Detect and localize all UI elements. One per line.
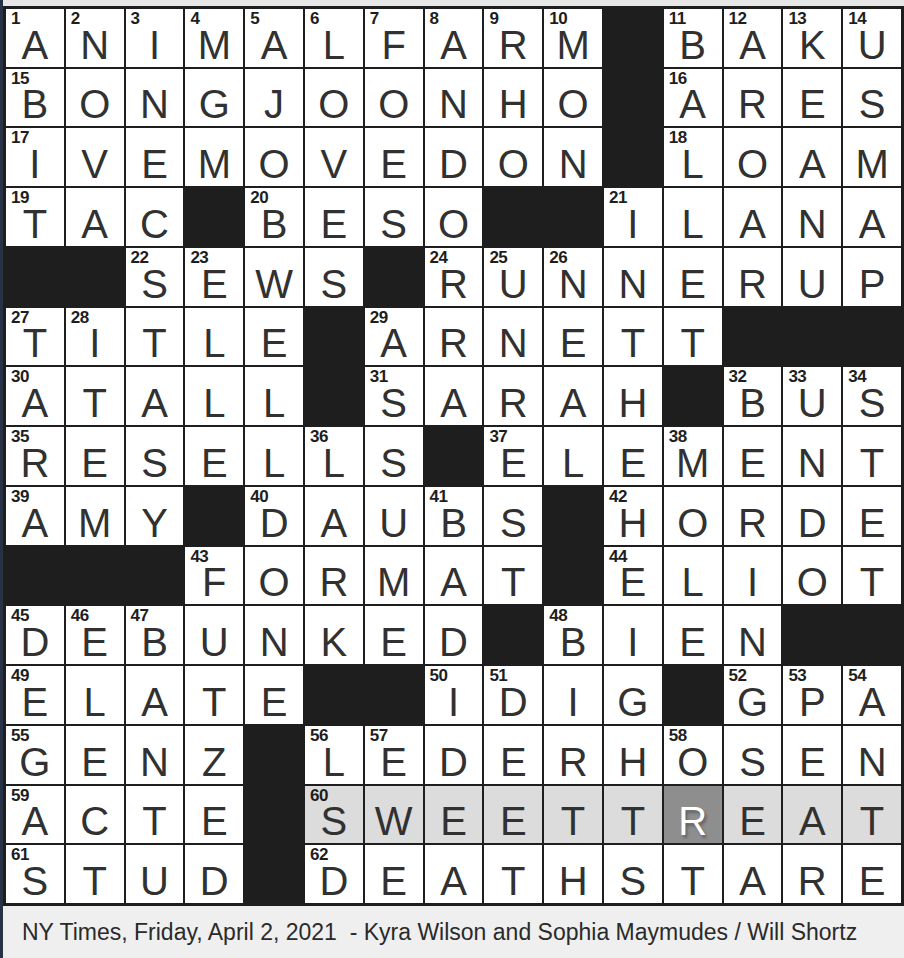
cell-r2c2[interactable]: O bbox=[65, 68, 125, 128]
cell-r9c6[interactable]: A bbox=[304, 486, 364, 546]
cell-letter: A bbox=[6, 383, 64, 423]
cell-r8c9[interactable]: 37E bbox=[483, 426, 543, 486]
cell-letter: O bbox=[365, 84, 423, 124]
cell-r2c6[interactable]: O bbox=[304, 68, 364, 128]
cell-r1c14[interactable]: 13K bbox=[782, 8, 842, 68]
black-cell-r4c4 bbox=[184, 187, 244, 247]
cell-r11c6[interactable]: K bbox=[304, 605, 364, 665]
left-edge-strip bbox=[0, 0, 3, 958]
cell-r5c14[interactable]: U bbox=[782, 247, 842, 307]
cell-letter: K bbox=[783, 25, 841, 65]
cell-r14c10[interactable]: T bbox=[543, 785, 603, 845]
cell-r6c4[interactable]: L bbox=[184, 307, 244, 367]
cell-r8c1[interactable]: 35R bbox=[5, 426, 65, 486]
cell-r5c15[interactable]: P bbox=[842, 247, 902, 307]
cell-r1c8[interactable]: 8A bbox=[424, 8, 484, 68]
cell-r6c7[interactable]: 29A bbox=[364, 307, 424, 367]
cell-letter: U bbox=[783, 264, 841, 304]
black-cell-r5c2 bbox=[65, 247, 125, 307]
cell-r14c7[interactable]: W bbox=[364, 785, 424, 845]
cell-r8c10[interactable]: L bbox=[543, 426, 603, 486]
cell-r15c1[interactable]: 61S bbox=[5, 844, 65, 904]
cell-r2c15[interactable]: S bbox=[842, 68, 902, 128]
cell-r3c12[interactable]: 18L bbox=[663, 127, 723, 187]
cell-r12c8[interactable]: 50I bbox=[424, 665, 484, 725]
cell-r7c3[interactable]: A bbox=[125, 366, 185, 426]
cell-r10c9[interactable]: T bbox=[483, 546, 543, 606]
cell-letter: Y bbox=[126, 503, 184, 543]
cell-r15c6[interactable]: 62D bbox=[304, 844, 364, 904]
cell-letter: E bbox=[843, 503, 901, 543]
cell-r8c12[interactable]: 38M bbox=[663, 426, 723, 486]
cell-r1c7[interactable]: 7F bbox=[364, 8, 424, 68]
cell-letter: A bbox=[126, 682, 184, 722]
cell-r1c6[interactable]: 6L bbox=[304, 8, 364, 68]
cell-r12c4[interactable]: T bbox=[184, 665, 244, 725]
cell-letter: L bbox=[245, 383, 303, 423]
cell-r2c14[interactable]: E bbox=[782, 68, 842, 128]
cell-r13c12[interactable]: 58O bbox=[663, 725, 723, 785]
cell-r8c3[interactable]: S bbox=[125, 426, 185, 486]
black-cell-r2c11 bbox=[603, 68, 663, 128]
cell-r14c15[interactable]: T bbox=[842, 785, 902, 845]
cell-r1c12[interactable]: 11B bbox=[663, 8, 723, 68]
cell-r4c5[interactable]: 20B bbox=[244, 187, 304, 247]
cell-letter: N bbox=[126, 84, 184, 124]
cell-letter: L bbox=[185, 323, 243, 363]
cell-r11c5[interactable]: N bbox=[244, 605, 304, 665]
cell-r12c9[interactable]: 51D bbox=[483, 665, 543, 725]
cell-letter: R bbox=[783, 861, 841, 901]
cell-letter: D bbox=[245, 503, 303, 543]
cell-letter: E bbox=[66, 622, 124, 662]
cell-letter: T bbox=[604, 801, 662, 841]
cell-r2c3[interactable]: N bbox=[125, 68, 185, 128]
cell-r7c5[interactable]: L bbox=[244, 366, 304, 426]
cell-r3c8[interactable]: D bbox=[424, 127, 484, 187]
cell-letter: O bbox=[484, 144, 542, 184]
cell-r13c7[interactable]: 57E bbox=[364, 725, 424, 785]
cell-letter: H bbox=[604, 503, 662, 543]
cell-r4c11[interactable]: 21I bbox=[603, 187, 663, 247]
cell-r3c15[interactable]: M bbox=[842, 127, 902, 187]
top-edge-strip bbox=[0, 0, 904, 6]
cell-r12c15[interactable]: 54A bbox=[842, 665, 902, 725]
cell-r11c2[interactable]: 46E bbox=[65, 605, 125, 665]
cell-letter: S bbox=[843, 84, 901, 124]
cell-r9c15[interactable]: E bbox=[842, 486, 902, 546]
cell-r2c1[interactable]: 15B bbox=[5, 68, 65, 128]
cell-letter: E bbox=[185, 443, 243, 483]
cell-r1c3[interactable]: 3I bbox=[125, 8, 185, 68]
cell-r15c10[interactable]: H bbox=[543, 844, 603, 904]
cell-letter: T bbox=[664, 861, 722, 901]
cell-r14c14[interactable]: A bbox=[782, 785, 842, 845]
cell-letter: D bbox=[425, 742, 483, 782]
cell-r10c14[interactable]: O bbox=[782, 546, 842, 606]
cell-r2c7[interactable]: O bbox=[364, 68, 424, 128]
cell-r11c1[interactable]: 45D bbox=[5, 605, 65, 665]
cell-r1c4[interactable]: 4M bbox=[184, 8, 244, 68]
cell-r3c10[interactable]: N bbox=[543, 127, 603, 187]
black-cell-r3c11 bbox=[603, 127, 663, 187]
cell-r3c1[interactable]: 17I bbox=[5, 127, 65, 187]
cell-letter: A bbox=[6, 25, 64, 65]
cell-r8c11[interactable]: E bbox=[603, 426, 663, 486]
cell-r15c3[interactable]: U bbox=[125, 844, 185, 904]
cell-letter: A bbox=[6, 801, 64, 841]
cell-letter: L bbox=[185, 383, 243, 423]
cell-r6c10[interactable]: E bbox=[543, 307, 603, 367]
cell-r14c11[interactable]: T bbox=[603, 785, 663, 845]
cell-r1c5[interactable]: 5A bbox=[244, 8, 304, 68]
cell-r10c12[interactable]: L bbox=[663, 546, 723, 606]
cell-r7c13[interactable]: 32B bbox=[723, 366, 783, 426]
cell-r6c3[interactable]: T bbox=[125, 307, 185, 367]
cell-letter: O bbox=[425, 204, 483, 244]
cell-r12c1[interactable]: 49E bbox=[5, 665, 65, 725]
cell-r11c13[interactable]: N bbox=[723, 605, 783, 665]
cell-r14c1[interactable]: 59A bbox=[5, 785, 65, 845]
cell-r15c9[interactable]: T bbox=[483, 844, 543, 904]
cell-r13c9[interactable]: E bbox=[483, 725, 543, 785]
cell-r6c5[interactable]: E bbox=[244, 307, 304, 367]
cell-r1c15[interactable]: 14U bbox=[842, 8, 902, 68]
black-cell-r11c9 bbox=[483, 605, 543, 665]
cell-r1c9[interactable]: 9R bbox=[483, 8, 543, 68]
cell-r11c12[interactable]: E bbox=[663, 605, 723, 665]
cell-r9c3[interactable]: Y bbox=[125, 486, 185, 546]
caption-text: NY Times, Friday, April 2, 2021 - Kyra W… bbox=[22, 919, 857, 946]
cell-r10c7[interactable]: M bbox=[364, 546, 424, 606]
cell-r2c12[interactable]: 16A bbox=[663, 68, 723, 128]
cell-letter: T bbox=[6, 323, 64, 363]
cell-letter: T bbox=[126, 801, 184, 841]
cell-r10c5[interactable]: O bbox=[244, 546, 304, 606]
cell-r6c12[interactable]: T bbox=[663, 307, 723, 367]
cell-r3c7[interactable]: E bbox=[364, 127, 424, 187]
cell-letter: A bbox=[783, 801, 841, 841]
cell-r15c12[interactable]: T bbox=[663, 844, 723, 904]
cell-r1c1[interactable]: 1A bbox=[5, 8, 65, 68]
black-cell-r9c10 bbox=[543, 486, 603, 546]
cell-letter: R bbox=[305, 562, 363, 602]
cell-r11c3[interactable]: 47B bbox=[125, 605, 185, 665]
cell-r14c4[interactable]: E bbox=[184, 785, 244, 845]
cell-r6c11[interactable]: T bbox=[603, 307, 663, 367]
cell-r8c14[interactable]: N bbox=[782, 426, 842, 486]
cell-letter: H bbox=[544, 861, 602, 901]
cell-r8c2[interactable]: E bbox=[65, 426, 125, 486]
black-cell-r9c4 bbox=[184, 486, 244, 546]
cell-r3c4[interactable]: M bbox=[184, 127, 244, 187]
cell-r14c2[interactable]: C bbox=[65, 785, 125, 845]
cell-letter: I bbox=[724, 562, 782, 602]
cell-letter: J bbox=[245, 84, 303, 124]
cell-r1c10[interactable]: 10M bbox=[543, 8, 603, 68]
cell-r7c8[interactable]: A bbox=[424, 366, 484, 426]
crossword-grid: 1A2N3I4M5A6L7F8A9R10M11B12A13K14U15BONGJ… bbox=[3, 6, 904, 906]
cell-r14c8[interactable]: E bbox=[424, 785, 484, 845]
cell-letter: Z bbox=[185, 742, 243, 782]
cell-letter: M bbox=[365, 562, 423, 602]
cell-r15c8[interactable]: A bbox=[424, 844, 484, 904]
cell-r15c7[interactable]: E bbox=[364, 844, 424, 904]
cell-r13c8[interactable]: D bbox=[424, 725, 484, 785]
cell-r1c2[interactable]: 2N bbox=[65, 8, 125, 68]
cell-r12c10[interactable]: I bbox=[543, 665, 603, 725]
cell-r10c8[interactable]: A bbox=[424, 546, 484, 606]
cell-letter: A bbox=[66, 204, 124, 244]
cell-r5c4[interactable]: 23E bbox=[184, 247, 244, 307]
cell-r8c4[interactable]: E bbox=[184, 426, 244, 486]
cell-letter: L bbox=[245, 443, 303, 483]
cell-letter: T bbox=[544, 801, 602, 841]
cell-r12c3[interactable]: A bbox=[125, 665, 185, 725]
cell-letter: N bbox=[544, 144, 602, 184]
cell-r4c7[interactable]: S bbox=[364, 187, 424, 247]
cell-letter: B bbox=[6, 84, 64, 124]
cell-letter: N bbox=[544, 264, 602, 304]
cell-r5c13[interactable]: R bbox=[723, 247, 783, 307]
cell-r1c13[interactable]: 12A bbox=[723, 8, 783, 68]
crossword-app: 1A2N3I4M5A6L7F8A9R10M11B12A13K14U15BONGJ… bbox=[0, 0, 904, 958]
cell-r14c13[interactable]: E bbox=[723, 785, 783, 845]
cell-r5c8[interactable]: 24R bbox=[424, 247, 484, 307]
cell-r14c12[interactable]: R bbox=[663, 785, 723, 845]
black-cell-r15c5 bbox=[244, 844, 304, 904]
cell-r2c9[interactable]: H bbox=[483, 68, 543, 128]
black-cell-r6c6 bbox=[304, 307, 364, 367]
cell-letter: T bbox=[185, 682, 243, 722]
cell-letter: S bbox=[126, 264, 184, 304]
cell-letter: T bbox=[604, 323, 662, 363]
black-cell-r10c3 bbox=[125, 546, 185, 606]
cell-r13c1[interactable]: 55G bbox=[5, 725, 65, 785]
cell-r2c4[interactable]: G bbox=[184, 68, 244, 128]
cell-r10c15[interactable]: T bbox=[842, 546, 902, 606]
cell-r11c11[interactable]: I bbox=[603, 605, 663, 665]
cell-r11c4[interactable]: U bbox=[184, 605, 244, 665]
cell-letter: A bbox=[843, 682, 901, 722]
cell-r9c2[interactable]: M bbox=[65, 486, 125, 546]
cell-r10c6[interactable]: R bbox=[304, 546, 364, 606]
cell-letter: N bbox=[604, 264, 662, 304]
cell-r13c10[interactable]: R bbox=[543, 725, 603, 785]
cell-r5c11[interactable]: N bbox=[603, 247, 663, 307]
cell-letter: A bbox=[544, 383, 602, 423]
cell-r13c13[interactable]: S bbox=[723, 725, 783, 785]
cell-r13c4[interactable]: Z bbox=[184, 725, 244, 785]
cell-r9c11[interactable]: 42H bbox=[603, 486, 663, 546]
cell-letter: L bbox=[664, 204, 722, 244]
cell-letter: G bbox=[604, 682, 662, 722]
cell-letter: H bbox=[484, 84, 542, 124]
cell-letter: S bbox=[724, 742, 782, 782]
cell-r5c6[interactable]: S bbox=[304, 247, 364, 307]
cell-r9c13[interactable]: R bbox=[723, 486, 783, 546]
cell-r3c3[interactable]: E bbox=[125, 127, 185, 187]
cell-r11c7[interactable]: E bbox=[364, 605, 424, 665]
cell-r8c5[interactable]: L bbox=[244, 426, 304, 486]
cell-r15c4[interactable]: D bbox=[184, 844, 244, 904]
cell-letter: E bbox=[365, 144, 423, 184]
cell-r4c12[interactable]: L bbox=[663, 187, 723, 247]
cell-r6c8[interactable]: R bbox=[424, 307, 484, 367]
cell-r3c13[interactable]: O bbox=[723, 127, 783, 187]
cell-r14c3[interactable]: T bbox=[125, 785, 185, 845]
cell-r3c14[interactable]: A bbox=[782, 127, 842, 187]
cell-r14c9[interactable]: E bbox=[483, 785, 543, 845]
cell-r3c6[interactable]: V bbox=[304, 127, 364, 187]
cell-letter: O bbox=[245, 144, 303, 184]
cell-r5c5[interactable]: W bbox=[244, 247, 304, 307]
cell-letter: O bbox=[66, 84, 124, 124]
cell-r3c5[interactable]: O bbox=[244, 127, 304, 187]
cell-r6c2[interactable]: 28I bbox=[65, 307, 125, 367]
cell-letter: T bbox=[843, 562, 901, 602]
cell-letter: S bbox=[126, 443, 184, 483]
cell-r4c8[interactable]: O bbox=[424, 187, 484, 247]
cell-r2c5[interactable]: J bbox=[244, 68, 304, 128]
cell-r9c9[interactable]: S bbox=[483, 486, 543, 546]
cell-letter: D bbox=[185, 861, 243, 901]
cell-r7c4[interactable]: L bbox=[184, 366, 244, 426]
cell-r7c10[interactable]: A bbox=[543, 366, 603, 426]
cell-letter: E bbox=[724, 443, 782, 483]
cell-r5c10[interactable]: 26N bbox=[543, 247, 603, 307]
cell-r6c1[interactable]: 27T bbox=[5, 307, 65, 367]
cell-r13c6[interactable]: 56L bbox=[304, 725, 364, 785]
cell-letter: F bbox=[365, 25, 423, 65]
cell-r4c3[interactable]: C bbox=[125, 187, 185, 247]
cell-r2c13[interactable]: R bbox=[723, 68, 783, 128]
cell-r5c12[interactable]: E bbox=[663, 247, 723, 307]
cell-letter: E bbox=[783, 84, 841, 124]
cell-r13c3[interactable]: N bbox=[125, 725, 185, 785]
cell-r7c7[interactable]: 31S bbox=[364, 366, 424, 426]
cell-r4c1[interactable]: 19T bbox=[5, 187, 65, 247]
cell-letter: A bbox=[6, 503, 64, 543]
cell-letter: A bbox=[724, 25, 782, 65]
cell-r15c13[interactable]: A bbox=[723, 844, 783, 904]
cell-letter: S bbox=[305, 264, 363, 304]
cell-r4c13[interactable]: A bbox=[723, 187, 783, 247]
cell-r7c14[interactable]: 33U bbox=[782, 366, 842, 426]
cell-letter: U bbox=[185, 622, 243, 662]
cell-r3c2[interactable]: V bbox=[65, 127, 125, 187]
cell-letter: E bbox=[245, 323, 303, 363]
cell-r4c6[interactable]: E bbox=[304, 187, 364, 247]
cell-letter: U bbox=[365, 503, 423, 543]
cell-r10c11[interactable]: 44E bbox=[603, 546, 663, 606]
cell-r15c2[interactable]: T bbox=[65, 844, 125, 904]
cell-letter: I bbox=[604, 622, 662, 662]
cell-r13c15[interactable]: N bbox=[842, 725, 902, 785]
cell-r12c14[interactable]: 53P bbox=[782, 665, 842, 725]
cell-r8c6[interactable]: 36L bbox=[304, 426, 364, 486]
cell-letter: L bbox=[66, 682, 124, 722]
cell-r9c8[interactable]: 41B bbox=[424, 486, 484, 546]
cell-r12c13[interactable]: 52G bbox=[723, 665, 783, 725]
cell-r9c14[interactable]: D bbox=[782, 486, 842, 546]
cell-r7c15[interactable]: 34S bbox=[842, 366, 902, 426]
cell-r7c2[interactable]: T bbox=[65, 366, 125, 426]
cell-r15c14[interactable]: R bbox=[782, 844, 842, 904]
cell-letter: E bbox=[6, 682, 64, 722]
cell-r3c9[interactable]: O bbox=[483, 127, 543, 187]
cell-letter: W bbox=[245, 264, 303, 304]
cell-r10c4[interactable]: 43F bbox=[184, 546, 244, 606]
cell-letter: S bbox=[365, 383, 423, 423]
cell-r13c11[interactable]: H bbox=[603, 725, 663, 785]
cell-r11c8[interactable]: D bbox=[424, 605, 484, 665]
cell-letter: L bbox=[664, 144, 722, 184]
cell-r7c9[interactable]: R bbox=[483, 366, 543, 426]
cell-letter: N bbox=[724, 622, 782, 662]
cell-r2c10[interactable]: O bbox=[543, 68, 603, 128]
cell-r14c6[interactable]: 60S bbox=[304, 785, 364, 845]
cell-r8c15[interactable]: T bbox=[842, 426, 902, 486]
cell-r12c2[interactable]: L bbox=[65, 665, 125, 725]
cell-r7c11[interactable]: H bbox=[603, 366, 663, 426]
cell-letter: S bbox=[604, 861, 662, 901]
cell-r4c14[interactable]: N bbox=[782, 187, 842, 247]
cell-letter: A bbox=[126, 383, 184, 423]
black-cell-r12c6 bbox=[304, 665, 364, 725]
cell-r15c11[interactable]: S bbox=[603, 844, 663, 904]
cell-r13c2[interactable]: E bbox=[65, 725, 125, 785]
cell-letter: B bbox=[664, 25, 722, 65]
cell-r11c10[interactable]: 48B bbox=[543, 605, 603, 665]
cell-r4c15[interactable]: A bbox=[842, 187, 902, 247]
cell-r5c9[interactable]: 25U bbox=[483, 247, 543, 307]
cell-letter: C bbox=[126, 204, 184, 244]
cell-letter: E bbox=[365, 742, 423, 782]
cell-r10c13[interactable]: I bbox=[723, 546, 783, 606]
cell-r9c7[interactable]: U bbox=[364, 486, 424, 546]
cell-r8c7[interactable]: S bbox=[364, 426, 424, 486]
cell-letter: O bbox=[783, 562, 841, 602]
cell-letter: E bbox=[724, 801, 782, 841]
cell-r4c2[interactable]: A bbox=[65, 187, 125, 247]
cell-letter: T bbox=[843, 443, 901, 483]
cell-letter: V bbox=[305, 144, 363, 184]
cell-r5c3[interactable]: 22S bbox=[125, 247, 185, 307]
cell-r12c5[interactable]: E bbox=[244, 665, 304, 725]
cell-r9c12[interactable]: O bbox=[663, 486, 723, 546]
cell-r9c5[interactable]: 40D bbox=[244, 486, 304, 546]
cell-r8c13[interactable]: E bbox=[723, 426, 783, 486]
black-cell-r12c12 bbox=[663, 665, 723, 725]
cell-letter: R bbox=[484, 383, 542, 423]
cell-r12c11[interactable]: G bbox=[603, 665, 663, 725]
cell-letter: B bbox=[126, 622, 184, 662]
cell-letter: M bbox=[664, 443, 722, 483]
cell-letter: S bbox=[305, 801, 363, 841]
black-cell-r11c14 bbox=[782, 605, 842, 665]
black-cell-r12c7 bbox=[364, 665, 424, 725]
cell-letter: A bbox=[425, 25, 483, 65]
cell-r9c1[interactable]: 39A bbox=[5, 486, 65, 546]
black-cell-r14c5 bbox=[244, 785, 304, 845]
cell-letter: K bbox=[305, 622, 363, 662]
cell-r13c14[interactable]: E bbox=[782, 725, 842, 785]
cell-r15c15[interactable]: E bbox=[842, 844, 902, 904]
cell-r6c9[interactable]: N bbox=[483, 307, 543, 367]
cell-r2c8[interactable]: N bbox=[424, 68, 484, 128]
cell-r7c1[interactable]: 30A bbox=[5, 366, 65, 426]
